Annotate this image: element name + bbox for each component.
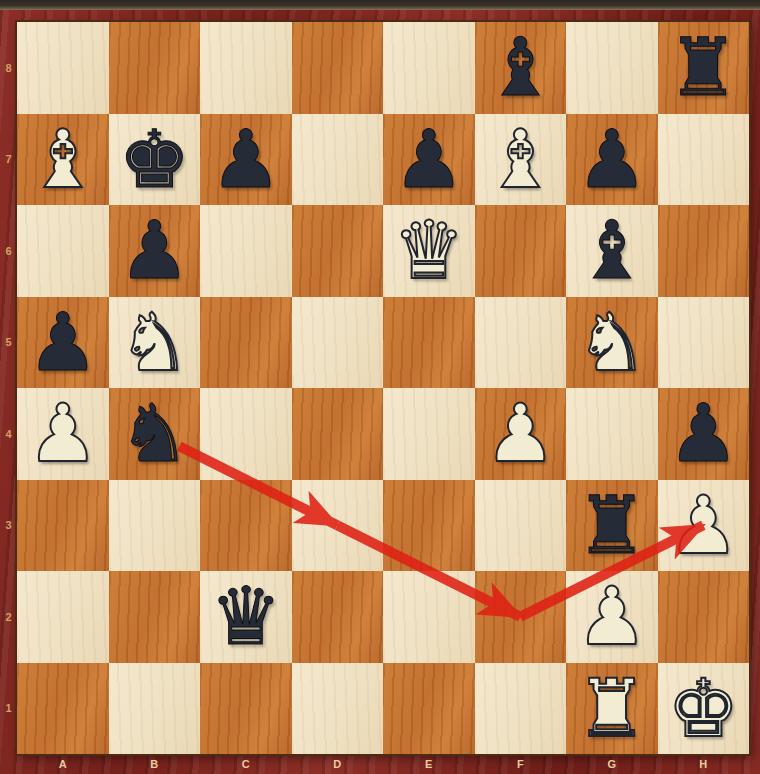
square-f7[interactable]: ♝ [475, 114, 567, 206]
white-bishop[interactable]: ♝ [27, 114, 99, 206]
square-b3[interactable] [109, 480, 201, 572]
square-c6[interactable] [200, 205, 292, 297]
square-g4[interactable] [566, 388, 658, 480]
square-e6[interactable]: ♛ [383, 205, 475, 297]
square-h4[interactable]: ♟ [658, 388, 750, 480]
square-b5[interactable]: ♞ [109, 297, 201, 389]
square-h6[interactable] [658, 205, 750, 297]
white-queen[interactable]: ♛ [393, 205, 465, 297]
rank-label-3: 3 [0, 480, 17, 572]
file-label-g: G [566, 754, 658, 774]
square-a6[interactable] [17, 205, 109, 297]
square-d4[interactable] [292, 388, 384, 480]
square-d1[interactable] [292, 663, 384, 755]
square-e2[interactable] [383, 571, 475, 663]
square-f2[interactable] [475, 571, 567, 663]
square-d3[interactable] [292, 480, 384, 572]
square-a1[interactable] [17, 663, 109, 755]
black-pawn[interactable]: ♟ [27, 297, 99, 389]
file-label-h: H [658, 754, 750, 774]
square-b1[interactable] [109, 663, 201, 755]
square-e8[interactable] [383, 22, 475, 114]
square-e5[interactable] [383, 297, 475, 389]
square-c4[interactable] [200, 388, 292, 480]
white-pawn[interactable]: ♟ [576, 571, 648, 663]
square-c1[interactable] [200, 663, 292, 755]
square-h2[interactable] [658, 571, 750, 663]
white-pawn[interactable]: ♟ [27, 388, 99, 480]
black-pawn[interactable]: ♟ [667, 388, 739, 480]
black-rook[interactable]: ♜ [667, 22, 739, 114]
square-b4[interactable]: ♞ [109, 388, 201, 480]
rank-label-1: 1 [0, 663, 17, 755]
square-e3[interactable] [383, 480, 475, 572]
black-pawn[interactable]: ♟ [393, 114, 465, 206]
square-h5[interactable] [658, 297, 750, 389]
rank-labels: 87654321 [0, 22, 17, 754]
square-g7[interactable]: ♟ [566, 114, 658, 206]
square-d5[interactable] [292, 297, 384, 389]
square-a3[interactable] [17, 480, 109, 572]
square-a4[interactable]: ♟ [17, 388, 109, 480]
square-h1[interactable]: ♚ [658, 663, 750, 755]
file-labels: ABCDEFGH [17, 754, 749, 774]
file-label-d: D [292, 754, 384, 774]
square-e1[interactable] [383, 663, 475, 755]
square-b8[interactable] [109, 22, 201, 114]
square-d7[interactable] [292, 114, 384, 206]
white-king[interactable]: ♚ [667, 663, 739, 755]
black-pawn[interactable]: ♟ [576, 114, 648, 206]
file-label-b: B [109, 754, 201, 774]
square-d6[interactable] [292, 205, 384, 297]
square-h7[interactable] [658, 114, 750, 206]
black-king[interactable]: ♚ [118, 114, 190, 206]
file-label-f: F [475, 754, 567, 774]
rank-label-5: 5 [0, 297, 17, 389]
square-h3[interactable]: ♟ [658, 480, 750, 572]
black-pawn[interactable]: ♟ [118, 205, 190, 297]
rank-label-2: 2 [0, 571, 17, 663]
square-e4[interactable] [383, 388, 475, 480]
square-d8[interactable] [292, 22, 384, 114]
white-rook[interactable]: ♜ [576, 663, 648, 755]
square-f3[interactable] [475, 480, 567, 572]
black-bishop[interactable]: ♝ [576, 205, 648, 297]
black-knight[interactable]: ♞ [118, 388, 190, 480]
square-c3[interactable] [200, 480, 292, 572]
white-pawn[interactable]: ♟ [484, 388, 556, 480]
square-g2[interactable]: ♟ [566, 571, 658, 663]
square-f6[interactable] [475, 205, 567, 297]
square-d2[interactable] [292, 571, 384, 663]
square-e7[interactable]: ♟ [383, 114, 475, 206]
file-label-c: C [200, 754, 292, 774]
rank-label-4: 4 [0, 388, 17, 480]
white-pawn[interactable]: ♟ [667, 480, 739, 572]
square-a2[interactable] [17, 571, 109, 663]
white-knight[interactable]: ♞ [118, 297, 190, 389]
square-b7[interactable]: ♚ [109, 114, 201, 206]
square-a8[interactable] [17, 22, 109, 114]
square-b2[interactable] [109, 571, 201, 663]
square-c7[interactable]: ♟ [200, 114, 292, 206]
square-c5[interactable] [200, 297, 292, 389]
rank-label-7: 7 [0, 114, 17, 206]
white-knight[interactable]: ♞ [576, 297, 648, 389]
square-g1[interactable]: ♜ [566, 663, 658, 755]
file-label-e: E [383, 754, 475, 774]
square-a5[interactable]: ♟ [17, 297, 109, 389]
chessboard: ♝♜♝♚♟♟♝♟♟♛♝♟♞♞♟♞♟♟♜♟♛♟♜♚ [17, 22, 749, 754]
square-b6[interactable]: ♟ [109, 205, 201, 297]
rank-label-6: 6 [0, 205, 17, 297]
black-bishop[interactable]: ♝ [484, 22, 556, 114]
black-pawn[interactable]: ♟ [210, 114, 282, 206]
frame-top-strip [0, 0, 760, 10]
square-f8[interactable]: ♝ [475, 22, 567, 114]
square-f4[interactable]: ♟ [475, 388, 567, 480]
file-label-a: A [17, 754, 109, 774]
square-c8[interactable] [200, 22, 292, 114]
black-rook[interactable]: ♜ [576, 480, 648, 572]
square-g6[interactable]: ♝ [566, 205, 658, 297]
square-f5[interactable] [475, 297, 567, 389]
black-queen[interactable]: ♛ [210, 571, 282, 663]
square-h8[interactable]: ♜ [658, 22, 750, 114]
square-c2[interactable]: ♛ [200, 571, 292, 663]
square-g8[interactable] [566, 22, 658, 114]
white-bishop[interactable]: ♝ [484, 114, 556, 206]
square-g3[interactable]: ♜ [566, 480, 658, 572]
square-a7[interactable]: ♝ [17, 114, 109, 206]
rank-label-8: 8 [0, 22, 17, 114]
square-g5[interactable]: ♞ [566, 297, 658, 389]
square-f1[interactable] [475, 663, 567, 755]
